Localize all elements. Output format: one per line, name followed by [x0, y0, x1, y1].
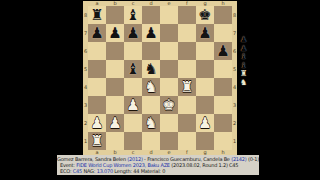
black-knight: ♞	[142, 60, 160, 78]
square-h3	[214, 96, 232, 114]
black-rook: ♜	[88, 6, 106, 24]
square-g7: ♟	[196, 24, 214, 42]
square-c3: ♟	[124, 96, 142, 114]
square-f4: ♜	[178, 78, 196, 96]
square-e5	[160, 60, 178, 78]
square-e8	[160, 6, 178, 24]
black-pawn: ♟	[124, 24, 142, 42]
caption-segment: ECO:	[60, 168, 73, 174]
square-d4: ♞	[142, 78, 160, 96]
square-e7	[160, 24, 178, 42]
square-f1	[178, 132, 196, 150]
square-b2: ♟	[106, 114, 124, 132]
caption-segment: Length: 44 Material: 0	[113, 168, 165, 174]
square-g5	[196, 60, 214, 78]
square-c7: ♟	[124, 24, 142, 42]
square-d8	[142, 6, 160, 24]
square-b8	[106, 6, 124, 24]
square-b1	[106, 132, 124, 150]
black-pawn: ♟	[142, 24, 160, 42]
square-e4	[160, 78, 178, 96]
square-a5	[88, 60, 106, 78]
stats-line: ECO: C45 NAG: 13.070 Length: 44 Material…	[57, 168, 259, 174]
white-pawn: ♟	[196, 114, 214, 132]
chess-board: abcdefgh8♜♝♚87♟♟♟♟♟76♟65♝♞54♞♜43♟♚32♟♟♞♟…	[83, 1, 237, 155]
square-h7	[214, 24, 232, 42]
rank-label-1: 1	[232, 132, 237, 150]
square-c5: ♝	[124, 60, 142, 78]
square-a6	[88, 42, 106, 60]
rank-label-2: 2	[232, 114, 237, 132]
black-pawn: ♟	[88, 24, 106, 42]
rank-label-4: 4	[232, 78, 237, 96]
white-pawn: ♟	[124, 96, 142, 114]
rank-label-3: 3	[232, 96, 237, 114]
square-h5	[214, 60, 232, 78]
square-h2	[214, 114, 232, 132]
white-knight: ♞	[142, 78, 160, 96]
square-b6	[106, 42, 124, 60]
white-pawn: ♟	[88, 114, 106, 132]
square-c2	[124, 114, 142, 132]
square-e1	[160, 132, 178, 150]
square-a8: ♜	[88, 6, 106, 24]
square-b3	[106, 96, 124, 114]
square-c4	[124, 78, 142, 96]
square-a1: ♜	[88, 132, 106, 150]
square-g6	[196, 42, 214, 60]
square-d7: ♟	[142, 24, 160, 42]
square-f7	[178, 24, 196, 42]
rank-label-7: 7	[232, 24, 237, 42]
black-bishop: ♝	[124, 6, 142, 24]
white-rook: ♜	[178, 78, 196, 96]
game-info-panel: Gomez Barrera, Sandra Belen (2012) - Fra…	[57, 155, 259, 175]
square-f8	[178, 6, 196, 24]
square-h6: ♟	[214, 42, 232, 60]
square-f6	[178, 42, 196, 60]
video-frame: abcdefgh8♜♝♚87♟♟♟♟♟76♟65♝♞54♞♜43♟♚32♟♟♞♟…	[0, 0, 320, 180]
square-g3	[196, 96, 214, 114]
square-d3	[142, 96, 160, 114]
black-bishop: ♝	[124, 60, 142, 78]
square-d2: ♞	[142, 114, 160, 132]
square-b4	[106, 78, 124, 96]
square-h8	[214, 6, 232, 24]
square-b5	[106, 60, 124, 78]
square-d1	[142, 132, 160, 150]
white-knight-tray-icon: ♞	[238, 79, 249, 88]
white-king: ♚	[160, 96, 178, 114]
square-g1	[196, 132, 214, 150]
caption-segment: C45	[73, 168, 82, 174]
square-a2: ♟	[88, 114, 106, 132]
square-b7: ♟	[106, 24, 124, 42]
square-h4	[214, 78, 232, 96]
black-pawn: ♟	[196, 24, 214, 42]
square-g2: ♟	[196, 114, 214, 132]
square-a4	[88, 78, 106, 96]
white-pawn: ♟	[106, 114, 124, 132]
square-f3	[178, 96, 196, 114]
square-d5: ♞	[142, 60, 160, 78]
rank-label-8: 8	[232, 6, 237, 24]
square-d6	[142, 42, 160, 60]
white-rook: ♜	[88, 132, 106, 150]
square-f5	[178, 60, 196, 78]
black-pawn: ♟	[106, 24, 124, 42]
caption-segment: 13.070	[97, 168, 113, 174]
black-king: ♚	[196, 6, 214, 24]
square-e6	[160, 42, 178, 60]
square-c1	[124, 132, 142, 150]
square-g4	[196, 78, 214, 96]
caption-segment: NAG:	[82, 168, 97, 174]
square-c6	[124, 42, 142, 60]
square-a7: ♟	[88, 24, 106, 42]
material-difference-tray: ♟♟♝♝♜♞	[238, 36, 249, 88]
square-e3: ♚	[160, 96, 178, 114]
black-pawn: ♟	[214, 42, 232, 60]
square-c8: ♝	[124, 6, 142, 24]
rank-label-6: 6	[232, 42, 237, 60]
rank-label-5: 5	[232, 60, 237, 78]
square-f2	[178, 114, 196, 132]
square-a3	[88, 96, 106, 114]
square-e2	[160, 114, 178, 132]
square-g8: ♚	[196, 6, 214, 24]
white-knight: ♞	[142, 114, 160, 132]
square-h1	[214, 132, 232, 150]
